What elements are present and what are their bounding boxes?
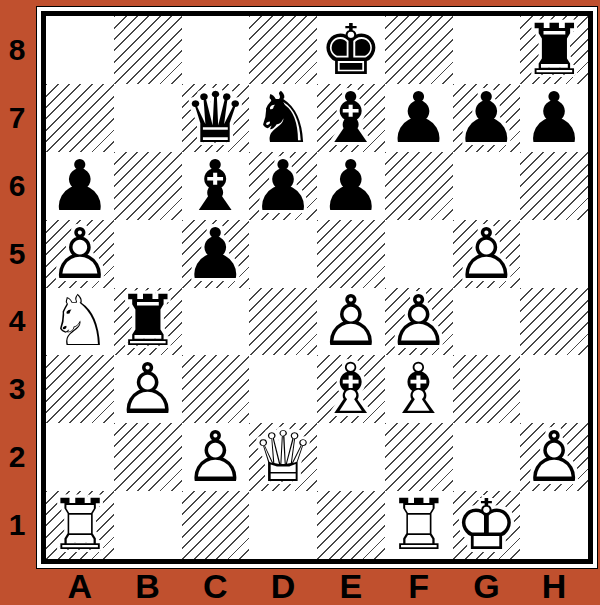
- chess-board: ♚♚♜♜♛♛♞♞♝♝♟♟♟♟♟♟♟♟♝♝♟♟♟♟♟♙♟♟♟♙♞♘♜♜♟♙♟♙♟♙…: [41, 11, 593, 564]
- square-d7[interactable]: ♞♞: [249, 84, 317, 152]
- square-h2[interactable]: ♟♙: [520, 423, 588, 491]
- white-pawn: ♟♙: [453, 220, 521, 288]
- square-g7[interactable]: ♟♟: [453, 84, 521, 152]
- white-pawn-glyph: ♙: [182, 423, 250, 491]
- square-a2[interactable]: [46, 423, 114, 491]
- black-pawn-glyph: ♟: [46, 152, 114, 220]
- square-c7[interactable]: ♛♛: [182, 84, 250, 152]
- square-e8[interactable]: ♚♚: [317, 16, 385, 84]
- black-bishop-glyph: ♝: [317, 84, 385, 152]
- square-a1[interactable]: ♜♖: [46, 491, 114, 559]
- square-g2[interactable]: [453, 423, 521, 491]
- black-rook: ♜♜: [520, 16, 588, 84]
- black-pawn-glyph: ♟: [453, 84, 521, 152]
- square-b4[interactable]: ♜♜: [114, 288, 182, 356]
- black-queen-glyph: ♛: [182, 84, 250, 152]
- black-rook-glyph: ♜: [114, 288, 182, 356]
- rank-label-3: 3: [0, 355, 34, 423]
- white-rook: ♜♖: [46, 491, 114, 559]
- board-frame: ♚♚♜♜♛♛♞♞♝♝♟♟♟♟♟♟♟♟♝♝♟♟♟♟♟♙♟♟♟♙♞♘♜♜♟♙♟♙♟♙…: [36, 6, 598, 569]
- square-d2[interactable]: ♛♕: [249, 423, 317, 491]
- black-pawn-glyph: ♟: [317, 152, 385, 220]
- rank-label-2: 2: [0, 423, 34, 491]
- square-f3[interactable]: ♝♗: [385, 355, 453, 423]
- white-pawn-glyph: ♙: [453, 220, 521, 288]
- square-h1[interactable]: [520, 491, 588, 559]
- black-pawn: ♟♟: [317, 152, 385, 220]
- file-label-d: D: [249, 567, 317, 605]
- white-bishop-glyph: ♗: [385, 355, 453, 423]
- white-knight: ♞♘: [46, 288, 114, 356]
- black-king-glyph: ♚: [317, 16, 385, 84]
- square-a6[interactable]: ♟♟: [46, 152, 114, 220]
- square-f5[interactable]: [385, 220, 453, 288]
- rank-label-6: 6: [0, 152, 34, 220]
- rank-label-1: 1: [0, 491, 34, 559]
- black-pawn: ♟♟: [182, 220, 250, 288]
- square-e3[interactable]: ♝♗: [317, 355, 385, 423]
- white-knight-glyph: ♘: [46, 288, 114, 356]
- file-label-c: C: [182, 567, 250, 605]
- square-e6[interactable]: ♟♟: [317, 152, 385, 220]
- black-king: ♚♚: [317, 16, 385, 84]
- file-label-b: B: [114, 567, 182, 605]
- black-pawn-glyph: ♟: [249, 152, 317, 220]
- square-b5[interactable]: [114, 220, 182, 288]
- black-bishop: ♝♝: [182, 152, 250, 220]
- black-bishop: ♝♝: [317, 84, 385, 152]
- square-d8[interactable]: [249, 16, 317, 84]
- square-e2[interactable]: [317, 423, 385, 491]
- square-b7[interactable]: [114, 84, 182, 152]
- white-king: ♚♔: [453, 491, 521, 559]
- square-e4[interactable]: ♟♙: [317, 288, 385, 356]
- rank-label-8: 8: [0, 16, 34, 84]
- square-c4[interactable]: [182, 288, 250, 356]
- square-b6[interactable]: [114, 152, 182, 220]
- square-d6[interactable]: ♟♟: [249, 152, 317, 220]
- file-label-f: F: [385, 567, 453, 605]
- square-f2[interactable]: [385, 423, 453, 491]
- rank-labels: 87654321: [0, 16, 34, 559]
- square-c6[interactable]: ♝♝: [182, 152, 250, 220]
- black-knight-glyph: ♞: [249, 84, 317, 152]
- square-d1[interactable]: [249, 491, 317, 559]
- square-b1[interactable]: [114, 491, 182, 559]
- white-rook: ♜♖: [385, 491, 453, 559]
- square-c5[interactable]: ♟♟: [182, 220, 250, 288]
- square-e7[interactable]: ♝♝: [317, 84, 385, 152]
- white-queen: ♛♕: [249, 423, 317, 491]
- black-rook: ♜♜: [114, 288, 182, 356]
- square-a8[interactable]: [46, 16, 114, 84]
- square-g3[interactable]: [453, 355, 521, 423]
- square-e1[interactable]: [317, 491, 385, 559]
- rank-label-5: 5: [0, 220, 34, 288]
- black-pawn-glyph: ♟: [182, 220, 250, 288]
- square-f8[interactable]: [385, 16, 453, 84]
- white-bishop-glyph: ♗: [317, 355, 385, 423]
- black-pawn: ♟♟: [46, 152, 114, 220]
- square-a3[interactable]: [46, 355, 114, 423]
- white-bishop: ♝♗: [385, 355, 453, 423]
- black-queen: ♛♛: [182, 84, 250, 152]
- square-h5[interactable]: [520, 220, 588, 288]
- square-g4[interactable]: [453, 288, 521, 356]
- black-pawn: ♟♟: [249, 152, 317, 220]
- white-pawn: ♟♙: [520, 423, 588, 491]
- square-a7[interactable]: [46, 84, 114, 152]
- square-e5[interactable]: [317, 220, 385, 288]
- square-c3[interactable]: [182, 355, 250, 423]
- square-c8[interactable]: [182, 16, 250, 84]
- black-pawn: ♟♟: [520, 84, 588, 152]
- black-pawn-glyph: ♟: [520, 84, 588, 152]
- white-pawn-glyph: ♙: [520, 423, 588, 491]
- file-label-g: G: [453, 567, 521, 605]
- file-label-a: A: [46, 567, 114, 605]
- square-h6[interactable]: [520, 152, 588, 220]
- square-d4[interactable]: [249, 288, 317, 356]
- white-pawn-glyph: ♙: [317, 288, 385, 356]
- white-pawn: ♟♙: [182, 423, 250, 491]
- black-rook-glyph: ♜: [520, 16, 588, 84]
- white-rook-glyph: ♖: [46, 491, 114, 559]
- square-f6[interactable]: [385, 152, 453, 220]
- square-h3[interactable]: [520, 355, 588, 423]
- file-label-h: H: [520, 567, 588, 605]
- square-h4[interactable]: [520, 288, 588, 356]
- square-a4[interactable]: ♞♘: [46, 288, 114, 356]
- black-pawn-glyph: ♟: [385, 84, 453, 152]
- square-d3[interactable]: [249, 355, 317, 423]
- square-h7[interactable]: ♟♟: [520, 84, 588, 152]
- black-knight: ♞♞: [249, 84, 317, 152]
- white-pawn: ♟♙: [317, 288, 385, 356]
- white-pawn-glyph: ♙: [385, 288, 453, 356]
- white-pawn: ♟♙: [114, 355, 182, 423]
- square-g6[interactable]: [453, 152, 521, 220]
- white-pawn: ♟♙: [46, 220, 114, 288]
- rank-label-7: 7: [0, 84, 34, 152]
- white-king-glyph: ♔: [453, 491, 521, 559]
- white-pawn-glyph: ♙: [114, 355, 182, 423]
- square-f7[interactable]: ♟♟: [385, 84, 453, 152]
- square-c2[interactable]: ♟♙: [182, 423, 250, 491]
- square-b3[interactable]: ♟♙: [114, 355, 182, 423]
- white-rook-glyph: ♖: [385, 491, 453, 559]
- white-queen-glyph: ♕: [249, 423, 317, 491]
- square-g1[interactable]: ♚♔: [453, 491, 521, 559]
- square-d5[interactable]: [249, 220, 317, 288]
- square-f1[interactable]: ♜♖: [385, 491, 453, 559]
- square-f4[interactable]: ♟♙: [385, 288, 453, 356]
- square-a5[interactable]: ♟♙: [46, 220, 114, 288]
- square-g8[interactable]: [453, 16, 521, 84]
- black-bishop-glyph: ♝: [182, 152, 250, 220]
- white-pawn-glyph: ♙: [46, 220, 114, 288]
- square-c1[interactable]: [182, 491, 250, 559]
- chess-diagram: 87654321 ♚♚♜♜♛♛♞♞♝♝♟♟♟♟♟♟♟♟♝♝♟♟♟♟♟♙♟♟♟♙♞…: [0, 0, 600, 605]
- file-label-e: E: [317, 567, 385, 605]
- square-b2[interactable]: [114, 423, 182, 491]
- square-g5[interactable]: ♟♙: [453, 220, 521, 288]
- square-b8[interactable]: [114, 16, 182, 84]
- file-labels: ABCDEFGH: [46, 567, 588, 605]
- rank-label-4: 4: [0, 288, 34, 356]
- white-bishop: ♝♗: [317, 355, 385, 423]
- white-pawn: ♟♙: [385, 288, 453, 356]
- black-pawn: ♟♟: [385, 84, 453, 152]
- square-h8[interactable]: ♜♜: [520, 16, 588, 84]
- black-pawn: ♟♟: [453, 84, 521, 152]
